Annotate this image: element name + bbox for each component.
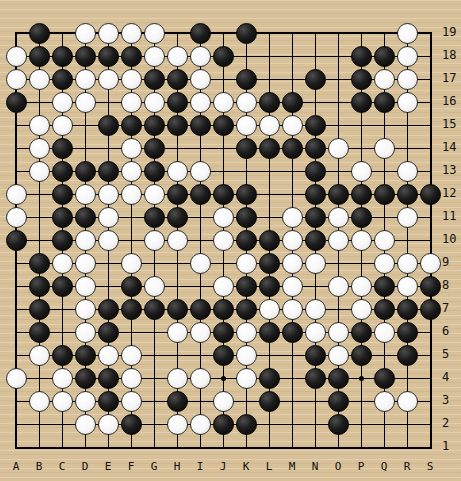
white-stone[interactable] — [328, 138, 349, 159]
black-stone[interactable] — [144, 207, 165, 228]
black-stone[interactable] — [52, 161, 73, 182]
white-stone[interactable] — [236, 322, 257, 343]
white-stone[interactable] — [282, 253, 303, 274]
row-label-15: 15 — [442, 117, 461, 131]
white-stone[interactable] — [328, 276, 349, 297]
white-stone[interactable] — [29, 391, 50, 412]
white-stone[interactable] — [75, 414, 96, 435]
black-stone[interactable] — [305, 138, 326, 159]
black-stone[interactable] — [282, 322, 303, 343]
white-stone[interactable] — [75, 253, 96, 274]
white-stone[interactable] — [121, 184, 142, 205]
white-stone[interactable] — [236, 253, 257, 274]
white-stone[interactable] — [121, 23, 142, 44]
black-stone[interactable] — [420, 184, 441, 205]
white-stone[interactable] — [6, 69, 27, 90]
black-stone[interactable] — [213, 184, 234, 205]
black-stone[interactable] — [328, 368, 349, 389]
column-label-B: B — [28, 460, 51, 473]
black-stone[interactable] — [259, 230, 280, 251]
white-stone[interactable] — [190, 253, 211, 274]
black-stone[interactable] — [305, 184, 326, 205]
white-stone[interactable] — [374, 69, 395, 90]
black-stone[interactable] — [167, 207, 188, 228]
white-stone[interactable] — [259, 115, 280, 136]
column-label-N: N — [304, 460, 327, 473]
black-stone[interactable] — [213, 299, 234, 320]
row-label-6: 6 — [442, 324, 461, 338]
white-stone[interactable] — [98, 414, 119, 435]
white-stone[interactable] — [190, 46, 211, 67]
white-stone[interactable] — [374, 253, 395, 274]
white-stone[interactable] — [397, 253, 418, 274]
white-stone[interactable] — [75, 184, 96, 205]
white-stone[interactable] — [6, 184, 27, 205]
black-stone[interactable] — [213, 46, 234, 67]
white-stone[interactable] — [213, 276, 234, 297]
black-stone[interactable] — [305, 207, 326, 228]
column-label-K: K — [235, 460, 258, 473]
black-stone[interactable] — [190, 23, 211, 44]
white-stone[interactable] — [397, 46, 418, 67]
black-stone[interactable] — [305, 368, 326, 389]
black-stone[interactable] — [98, 322, 119, 343]
white-stone[interactable] — [282, 299, 303, 320]
black-stone[interactable] — [236, 299, 257, 320]
black-stone[interactable] — [144, 115, 165, 136]
row-label-14: 14 — [442, 140, 461, 154]
white-stone[interactable] — [98, 207, 119, 228]
black-stone[interactable] — [52, 230, 73, 251]
black-stone[interactable] — [190, 184, 211, 205]
white-stone[interactable] — [98, 230, 119, 251]
white-stone[interactable] — [29, 138, 50, 159]
white-stone[interactable] — [190, 368, 211, 389]
black-stone[interactable] — [236, 138, 257, 159]
black-stone[interactable] — [305, 69, 326, 90]
black-stone[interactable] — [282, 138, 303, 159]
white-stone[interactable] — [144, 92, 165, 113]
white-stone[interactable] — [397, 391, 418, 412]
column-label-A: A — [5, 460, 28, 473]
white-stone[interactable] — [52, 368, 73, 389]
white-stone[interactable] — [75, 230, 96, 251]
row-label-7: 7 — [442, 301, 461, 315]
black-stone[interactable] — [328, 184, 349, 205]
black-stone[interactable] — [75, 161, 96, 182]
white-stone[interactable] — [351, 276, 372, 297]
white-stone[interactable] — [29, 345, 50, 366]
white-stone[interactable] — [52, 115, 73, 136]
white-stone[interactable] — [52, 92, 73, 113]
white-stone[interactable] — [236, 92, 257, 113]
white-stone[interactable] — [121, 138, 142, 159]
black-stone[interactable] — [121, 276, 142, 297]
black-stone[interactable] — [29, 276, 50, 297]
white-stone[interactable] — [29, 161, 50, 182]
black-stone[interactable] — [29, 253, 50, 274]
black-stone[interactable] — [374, 184, 395, 205]
white-stone[interactable] — [213, 92, 234, 113]
row-label-13: 13 — [442, 163, 461, 177]
star-point — [359, 376, 364, 381]
column-label-S: S — [419, 460, 442, 473]
black-stone[interactable] — [75, 345, 96, 366]
white-stone[interactable] — [29, 69, 50, 90]
black-stone[interactable] — [98, 115, 119, 136]
column-label-M: M — [281, 460, 304, 473]
black-stone[interactable] — [121, 414, 142, 435]
white-stone[interactable] — [144, 46, 165, 67]
row-label-16: 16 — [442, 94, 461, 108]
white-stone[interactable] — [328, 207, 349, 228]
white-stone[interactable] — [374, 322, 395, 343]
black-stone[interactable] — [236, 207, 257, 228]
column-label-C: C — [51, 460, 74, 473]
white-stone[interactable] — [328, 230, 349, 251]
black-stone[interactable] — [213, 322, 234, 343]
white-stone[interactable] — [75, 92, 96, 113]
black-stone[interactable] — [6, 92, 27, 113]
black-stone[interactable] — [98, 46, 119, 67]
white-stone[interactable] — [236, 115, 257, 136]
row-label-8: 8 — [442, 278, 461, 292]
white-stone[interactable] — [420, 253, 441, 274]
black-stone[interactable] — [144, 299, 165, 320]
black-stone[interactable] — [29, 299, 50, 320]
black-stone[interactable] — [52, 276, 73, 297]
white-stone[interactable] — [167, 368, 188, 389]
black-stone[interactable] — [52, 46, 73, 67]
black-stone[interactable] — [98, 368, 119, 389]
white-stone[interactable] — [121, 69, 142, 90]
black-stone[interactable] — [259, 368, 280, 389]
row-label-3: 3 — [442, 393, 461, 407]
black-stone[interactable] — [305, 230, 326, 251]
black-stone[interactable] — [397, 322, 418, 343]
row-label-4: 4 — [442, 370, 461, 384]
black-stone[interactable] — [213, 345, 234, 366]
black-stone[interactable] — [236, 230, 257, 251]
black-stone[interactable] — [420, 299, 441, 320]
black-stone[interactable] — [374, 46, 395, 67]
black-stone[interactable] — [98, 391, 119, 412]
white-stone[interactable] — [374, 391, 395, 412]
black-stone[interactable] — [374, 276, 395, 297]
white-stone[interactable] — [29, 115, 50, 136]
white-stone[interactable] — [98, 69, 119, 90]
black-stone[interactable] — [259, 276, 280, 297]
white-stone[interactable] — [305, 299, 326, 320]
white-stone[interactable] — [75, 391, 96, 412]
black-stone[interactable] — [351, 92, 372, 113]
row-label-5: 5 — [442, 347, 461, 361]
black-stone[interactable] — [236, 23, 257, 44]
column-label-O: O — [327, 460, 350, 473]
column-label-I: I — [189, 460, 212, 473]
black-stone[interactable] — [29, 322, 50, 343]
white-stone[interactable] — [351, 230, 372, 251]
white-stone[interactable] — [397, 23, 418, 44]
white-stone[interactable] — [282, 207, 303, 228]
black-stone[interactable] — [75, 207, 96, 228]
black-stone[interactable] — [236, 276, 257, 297]
white-stone[interactable] — [121, 253, 142, 274]
column-label-P: P — [350, 460, 373, 473]
black-stone[interactable] — [236, 69, 257, 90]
white-stone[interactable] — [144, 276, 165, 297]
white-stone[interactable] — [75, 23, 96, 44]
black-stone[interactable] — [121, 299, 142, 320]
black-stone[interactable] — [190, 115, 211, 136]
black-stone[interactable] — [144, 138, 165, 159]
column-label-L: L — [258, 460, 281, 473]
row-label-9: 9 — [442, 255, 461, 269]
black-stone[interactable] — [328, 414, 349, 435]
black-stone[interactable] — [144, 161, 165, 182]
column-label-G: G — [143, 460, 166, 473]
column-label-E: E — [97, 460, 120, 473]
column-label-H: H — [166, 460, 189, 473]
black-stone[interactable] — [98, 299, 119, 320]
black-stone[interactable] — [351, 184, 372, 205]
white-stone[interactable] — [52, 391, 73, 412]
column-label-R: R — [396, 460, 419, 473]
white-stone[interactable] — [167, 322, 188, 343]
black-stone[interactable] — [167, 299, 188, 320]
white-stone[interactable] — [144, 23, 165, 44]
row-label-2: 2 — [442, 416, 461, 430]
white-stone[interactable] — [374, 138, 395, 159]
black-stone[interactable] — [259, 391, 280, 412]
white-stone[interactable] — [374, 230, 395, 251]
white-stone[interactable] — [121, 161, 142, 182]
white-stone[interactable] — [167, 161, 188, 182]
white-stone[interactable] — [236, 368, 257, 389]
black-stone[interactable] — [167, 115, 188, 136]
column-label-J: J — [212, 460, 235, 473]
white-stone[interactable] — [397, 69, 418, 90]
white-stone[interactable] — [397, 207, 418, 228]
column-label-Q: Q — [373, 460, 396, 473]
white-stone[interactable] — [52, 253, 73, 274]
white-stone[interactable] — [282, 230, 303, 251]
black-stone[interactable] — [213, 115, 234, 136]
white-stone[interactable] — [213, 230, 234, 251]
white-stone[interactable] — [190, 69, 211, 90]
row-label-17: 17 — [442, 71, 461, 85]
black-stone[interactable] — [351, 322, 372, 343]
white-stone[interactable] — [190, 92, 211, 113]
black-stone[interactable] — [213, 414, 234, 435]
black-stone[interactable] — [374, 299, 395, 320]
black-stone[interactable] — [259, 92, 280, 113]
white-stone[interactable] — [167, 46, 188, 67]
white-stone[interactable] — [144, 230, 165, 251]
white-stone[interactable] — [121, 345, 142, 366]
black-stone[interactable] — [52, 138, 73, 159]
white-stone[interactable] — [6, 368, 27, 389]
black-stone[interactable] — [236, 184, 257, 205]
black-stone[interactable] — [282, 92, 303, 113]
white-stone[interactable] — [75, 69, 96, 90]
white-stone[interactable] — [75, 276, 96, 297]
white-stone[interactable] — [75, 299, 96, 320]
white-stone[interactable] — [98, 184, 119, 205]
black-stone[interactable] — [351, 69, 372, 90]
white-stone[interactable] — [305, 322, 326, 343]
row-label-11: 11 — [442, 209, 461, 223]
black-stone[interactable] — [52, 345, 73, 366]
white-stone[interactable] — [121, 368, 142, 389]
black-stone[interactable] — [351, 46, 372, 67]
black-stone[interactable] — [397, 345, 418, 366]
white-stone[interactable] — [397, 161, 418, 182]
black-stone[interactable] — [397, 184, 418, 205]
white-stone[interactable] — [121, 391, 142, 412]
black-stone[interactable] — [351, 345, 372, 366]
white-stone[interactable] — [328, 322, 349, 343]
white-stone[interactable] — [236, 345, 257, 366]
white-stone[interactable] — [397, 276, 418, 297]
row-label-19: 19 — [442, 25, 461, 39]
black-stone[interactable] — [259, 138, 280, 159]
black-stone[interactable] — [259, 253, 280, 274]
row-label-12: 12 — [442, 186, 461, 200]
white-stone[interactable] — [6, 46, 27, 67]
black-stone[interactable] — [259, 322, 280, 343]
white-stone[interactable] — [282, 115, 303, 136]
black-stone[interactable] — [374, 92, 395, 113]
black-stone[interactable] — [167, 69, 188, 90]
white-stone[interactable] — [305, 253, 326, 274]
white-stone[interactable] — [98, 23, 119, 44]
black-stone[interactable] — [52, 184, 73, 205]
white-stone[interactable] — [351, 299, 372, 320]
column-label-D: D — [74, 460, 97, 473]
black-stone[interactable] — [374, 368, 395, 389]
white-stone[interactable] — [351, 161, 372, 182]
black-stone[interactable] — [75, 46, 96, 67]
black-stone[interactable] — [144, 69, 165, 90]
black-stone[interactable] — [52, 69, 73, 90]
white-stone[interactable] — [167, 414, 188, 435]
star-point — [221, 376, 226, 381]
white-stone[interactable] — [75, 322, 96, 343]
black-stone[interactable] — [305, 345, 326, 366]
white-stone[interactable] — [282, 276, 303, 297]
column-label-F: F — [120, 460, 143, 473]
white-stone[interactable] — [121, 92, 142, 113]
black-stone[interactable] — [351, 207, 372, 228]
black-stone[interactable] — [52, 207, 73, 228]
black-stone[interactable] — [305, 115, 326, 136]
white-stone[interactable] — [167, 230, 188, 251]
white-stone[interactable] — [259, 299, 280, 320]
row-label-10: 10 — [442, 232, 461, 246]
white-stone[interactable] — [190, 322, 211, 343]
black-stone[interactable] — [397, 299, 418, 320]
black-stone[interactable] — [167, 391, 188, 412]
white-stone[interactable] — [328, 345, 349, 366]
black-stone[interactable] — [98, 161, 119, 182]
white-stone[interactable] — [213, 391, 234, 412]
white-stone[interactable] — [144, 184, 165, 205]
black-stone[interactable] — [121, 115, 142, 136]
go-board[interactable]: ABCDEFGHIJKLMNOPQRS191817161514131211109… — [0, 0, 461, 481]
black-stone[interactable] — [236, 414, 257, 435]
black-stone[interactable] — [29, 23, 50, 44]
white-stone[interactable] — [397, 92, 418, 113]
black-stone[interactable] — [305, 161, 326, 182]
white-stone[interactable] — [190, 161, 211, 182]
black-stone[interactable] — [29, 46, 50, 67]
black-stone[interactable] — [328, 391, 349, 412]
row-label-1: 1 — [442, 439, 461, 453]
row-label-18: 18 — [442, 48, 461, 62]
white-stone[interactable] — [213, 207, 234, 228]
black-stone[interactable] — [167, 184, 188, 205]
black-stone[interactable] — [190, 299, 211, 320]
black-stone[interactable] — [420, 276, 441, 297]
white-stone[interactable] — [98, 345, 119, 366]
black-stone[interactable] — [167, 92, 188, 113]
white-stone[interactable] — [190, 414, 211, 435]
black-stone[interactable] — [6, 230, 27, 251]
black-stone[interactable] — [121, 46, 142, 67]
white-stone[interactable] — [6, 207, 27, 228]
black-stone[interactable] — [75, 368, 96, 389]
